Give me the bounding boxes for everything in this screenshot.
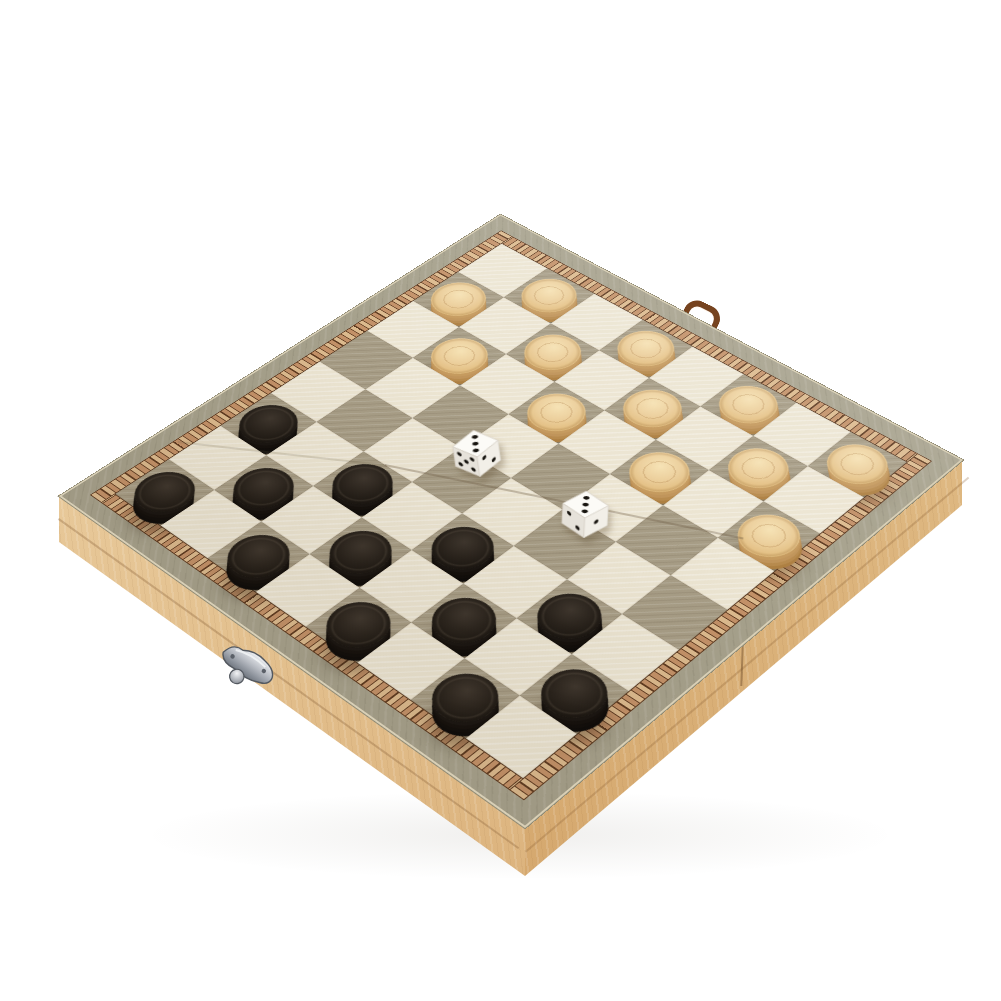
product-photo-scene: ⛀⛀⛀⛀⛀⛀⛀⛀⛀⛀⛀⛀⛂⛂⛂⛂⛂⛂⛂⛂⛂⛂⛂⛂ (0, 0, 1001, 1001)
die[interactable] (448, 425, 505, 485)
die[interactable] (559, 488, 612, 545)
metal-clasp-icon (212, 642, 278, 700)
